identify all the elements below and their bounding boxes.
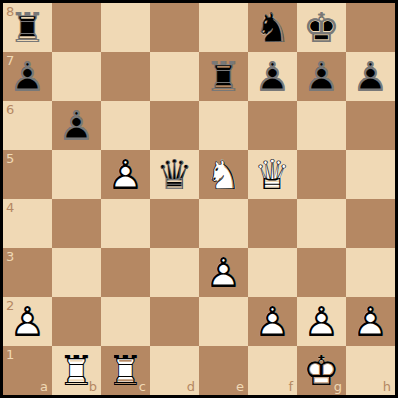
square-g2[interactable]: ♟♙ (297, 297, 346, 346)
square-e1[interactable]: e (199, 346, 248, 395)
piece-glyph-outline: ♙ (346, 52, 395, 101)
rank-label-5: 5 (6, 152, 14, 165)
square-d7[interactable] (150, 52, 199, 101)
piece-black-pawn[interactable]: ♟♙ (248, 52, 297, 101)
square-f6[interactable] (248, 101, 297, 150)
square-h4[interactable] (346, 199, 395, 248)
square-g6[interactable] (297, 101, 346, 150)
square-h2[interactable]: ♟♙ (346, 297, 395, 346)
piece-black-pawn[interactable]: ♟♙ (3, 52, 52, 101)
piece-glyph-outline: ♘ (199, 150, 248, 199)
square-a4[interactable]: 4 (3, 199, 52, 248)
square-e4[interactable] (199, 199, 248, 248)
piece-white-king[interactable]: ♚♔ (297, 346, 346, 395)
piece-glyph-fill: ♛ (248, 150, 297, 199)
piece-glyph-fill: ♜ (101, 346, 150, 395)
square-g4[interactable] (297, 199, 346, 248)
rank-label-1: 1 (6, 348, 14, 361)
square-e7[interactable]: ♜♖ (199, 52, 248, 101)
piece-glyph-fill: ♟ (346, 297, 395, 346)
piece-glyph-outline: ♕ (150, 150, 199, 199)
square-f2[interactable]: ♟♙ (248, 297, 297, 346)
square-d2[interactable] (150, 297, 199, 346)
square-d5[interactable]: ♛♕ (150, 150, 199, 199)
file-label-a: a (40, 380, 48, 393)
square-a6[interactable]: 6 (3, 101, 52, 150)
square-b2[interactable] (52, 297, 101, 346)
square-d3[interactable] (150, 248, 199, 297)
square-f3[interactable] (248, 248, 297, 297)
piece-glyph-fill: ♟ (297, 52, 346, 101)
piece-glyph-outline: ♙ (297, 52, 346, 101)
piece-glyph-outline: ♙ (101, 150, 150, 199)
piece-glyph-fill: ♚ (297, 3, 346, 52)
piece-glyph-fill: ♟ (3, 297, 52, 346)
rank-label-4: 4 (6, 201, 14, 214)
piece-white-pawn[interactable]: ♟♙ (101, 150, 150, 199)
square-h6[interactable] (346, 101, 395, 150)
piece-black-king[interactable]: ♚♔ (297, 3, 346, 52)
square-e8[interactable] (199, 3, 248, 52)
square-b5[interactable] (52, 150, 101, 199)
square-h3[interactable] (346, 248, 395, 297)
rank-label-6: 6 (6, 103, 14, 116)
piece-glyph-outline: ♔ (297, 346, 346, 395)
piece-glyph-fill: ♞ (199, 150, 248, 199)
piece-white-rook[interactable]: ♜♖ (52, 346, 101, 395)
square-d6[interactable] (150, 101, 199, 150)
square-b1[interactable]: b♜♖ (52, 346, 101, 395)
piece-white-knight[interactable]: ♞♘ (199, 150, 248, 199)
square-g8[interactable]: ♚♔ (297, 3, 346, 52)
square-c8[interactable] (101, 3, 150, 52)
file-label-d: d (187, 380, 195, 393)
piece-black-pawn[interactable]: ♟♙ (297, 52, 346, 101)
square-e3[interactable]: ♟♙ (199, 248, 248, 297)
piece-black-rook[interactable]: ♜♖ (3, 3, 52, 52)
square-h8[interactable] (346, 3, 395, 52)
piece-black-pawn[interactable]: ♟♙ (346, 52, 395, 101)
piece-white-pawn[interactable]: ♟♙ (346, 297, 395, 346)
piece-glyph-outline: ♕ (248, 150, 297, 199)
piece-black-rook[interactable]: ♜♖ (199, 52, 248, 101)
piece-glyph-fill: ♟ (199, 248, 248, 297)
square-c4[interactable] (101, 199, 150, 248)
piece-glyph-fill: ♟ (248, 297, 297, 346)
board-frame: 8♜♖♞♘♚♔7♟♙♜♖♟♙♟♙♟♙6♟♙5♟♙♛♕♞♘♛♕43♟♙2♟♙♟♙♟… (0, 0, 398, 398)
piece-glyph-fill: ♜ (52, 346, 101, 395)
square-c6[interactable] (101, 101, 150, 150)
piece-white-pawn[interactable]: ♟♙ (297, 297, 346, 346)
piece-glyph-outline: ♙ (248, 52, 297, 101)
square-f8[interactable]: ♞♘ (248, 3, 297, 52)
piece-glyph-outline: ♙ (52, 101, 101, 150)
piece-glyph-fill: ♟ (346, 52, 395, 101)
piece-glyph-fill: ♟ (52, 101, 101, 150)
square-a8[interactable]: 8♜♖ (3, 3, 52, 52)
piece-glyph-outline: ♖ (199, 52, 248, 101)
file-label-h: h (383, 380, 391, 393)
piece-glyph-fill: ♟ (248, 52, 297, 101)
square-a7[interactable]: 7♟♙ (3, 52, 52, 101)
square-e5[interactable]: ♞♘ (199, 150, 248, 199)
square-c2[interactable] (101, 297, 150, 346)
square-h1[interactable]: h (346, 346, 395, 395)
square-e2[interactable] (199, 297, 248, 346)
piece-glyph-outline: ♙ (3, 297, 52, 346)
piece-white-pawn[interactable]: ♟♙ (199, 248, 248, 297)
piece-white-queen[interactable]: ♛♕ (248, 150, 297, 199)
square-c1[interactable]: c♜♖ (101, 346, 150, 395)
file-label-f: f (288, 380, 293, 393)
rank-label-3: 3 (6, 250, 14, 263)
square-b7[interactable] (52, 52, 101, 101)
square-c3[interactable] (101, 248, 150, 297)
square-h7[interactable]: ♟♙ (346, 52, 395, 101)
square-g5[interactable] (297, 150, 346, 199)
square-d1[interactable]: d (150, 346, 199, 395)
square-f4[interactable] (248, 199, 297, 248)
piece-glyph-outline: ♙ (248, 297, 297, 346)
piece-black-knight[interactable]: ♞♘ (248, 3, 297, 52)
piece-glyph-outline: ♙ (199, 248, 248, 297)
square-b4[interactable] (52, 199, 101, 248)
piece-black-queen[interactable]: ♛♕ (150, 150, 199, 199)
piece-glyph-fill: ♞ (248, 3, 297, 52)
square-g1[interactable]: g♚♔ (297, 346, 346, 395)
square-e6[interactable] (199, 101, 248, 150)
square-g7[interactable]: ♟♙ (297, 52, 346, 101)
piece-glyph-fill: ♜ (3, 3, 52, 52)
piece-glyph-fill: ♟ (101, 150, 150, 199)
square-g3[interactable] (297, 248, 346, 297)
square-c5[interactable]: ♟♙ (101, 150, 150, 199)
piece-glyph-fill: ♜ (199, 52, 248, 101)
square-f7[interactable]: ♟♙ (248, 52, 297, 101)
square-a2[interactable]: 2♟♙ (3, 297, 52, 346)
square-b6[interactable]: ♟♙ (52, 101, 101, 150)
square-b8[interactable] (52, 3, 101, 52)
square-h5[interactable] (346, 150, 395, 199)
piece-white-pawn[interactable]: ♟♙ (248, 297, 297, 346)
square-b3[interactable] (52, 248, 101, 297)
piece-glyph-fill: ♚ (297, 346, 346, 395)
square-c7[interactable] (101, 52, 150, 101)
piece-glyph-fill: ♟ (297, 297, 346, 346)
square-d4[interactable] (150, 199, 199, 248)
piece-glyph-outline: ♖ (52, 346, 101, 395)
piece-glyph-outline: ♘ (248, 3, 297, 52)
piece-glyph-outline: ♙ (3, 52, 52, 101)
piece-glyph-outline: ♖ (3, 3, 52, 52)
piece-glyph-outline: ♔ (297, 3, 346, 52)
square-f1[interactable]: f (248, 346, 297, 395)
piece-glyph-outline: ♖ (101, 346, 150, 395)
square-d8[interactable] (150, 3, 199, 52)
piece-black-pawn[interactable]: ♟♙ (52, 101, 101, 150)
piece-glyph-outline: ♙ (346, 297, 395, 346)
piece-glyph-fill: ♟ (3, 52, 52, 101)
square-a5[interactable]: 5 (3, 150, 52, 199)
square-a1[interactable]: 1a (3, 346, 52, 395)
piece-glyph-fill: ♛ (150, 150, 199, 199)
chess-board: 8♜♖♞♘♚♔7♟♙♜♖♟♙♟♙♟♙6♟♙5♟♙♛♕♞♘♛♕43♟♙2♟♙♟♙♟… (3, 3, 395, 395)
piece-white-rook[interactable]: ♜♖ (101, 346, 150, 395)
square-a3[interactable]: 3 (3, 248, 52, 297)
piece-glyph-outline: ♙ (297, 297, 346, 346)
square-f5[interactable]: ♛♕ (248, 150, 297, 199)
piece-white-pawn[interactable]: ♟♙ (3, 297, 52, 346)
file-label-e: e (236, 380, 244, 393)
